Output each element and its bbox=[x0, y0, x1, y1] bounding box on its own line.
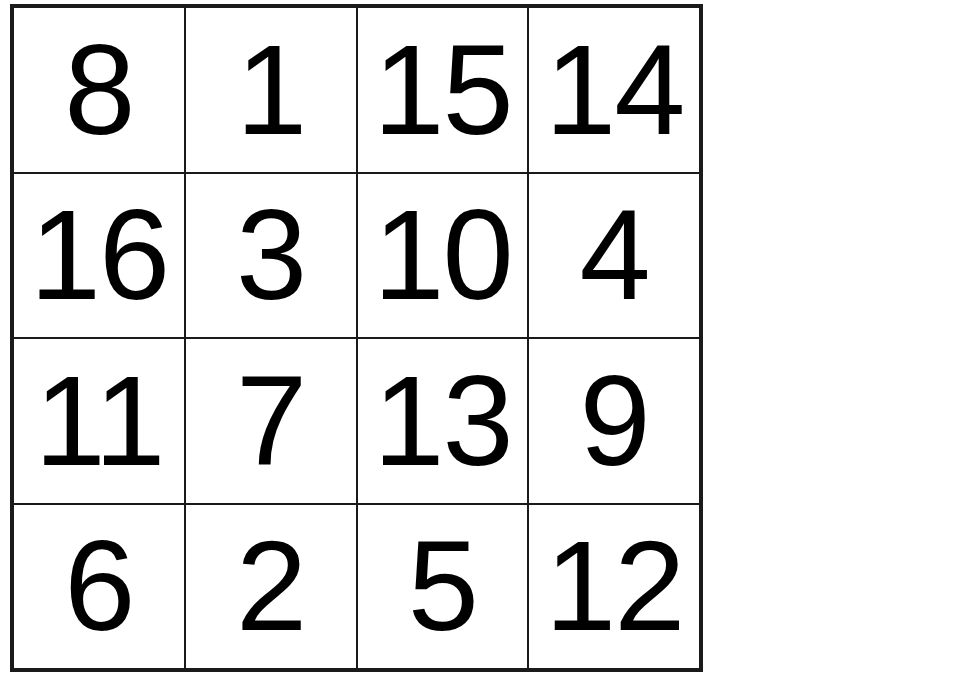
grid-cell-r4c3[interactable]: 5 bbox=[357, 504, 529, 670]
grid-cell-r1c3[interactable]: 15 bbox=[357, 7, 529, 173]
grid-cell-r2c1[interactable]: 16 bbox=[13, 173, 185, 339]
grid-cell-r2c2[interactable]: 3 bbox=[185, 173, 357, 339]
puzzle-board: 81151416310411713962512 bbox=[10, 4, 703, 672]
grid-cell-r1c4[interactable]: 14 bbox=[528, 7, 700, 173]
grid-cell-r4c1[interactable]: 6 bbox=[13, 504, 185, 670]
grid-cell-r1c2[interactable]: 1 bbox=[185, 7, 357, 173]
grid-cell-r4c2[interactable]: 2 bbox=[185, 504, 357, 670]
page: 81151416310411713962512 bbox=[0, 0, 960, 686]
grid-cell-r1c1[interactable]: 8 bbox=[13, 7, 185, 173]
grid-cell-r2c3[interactable]: 10 bbox=[357, 173, 529, 339]
grid-cell-r3c3[interactable]: 13 bbox=[357, 338, 529, 504]
grid-cell-r4c4[interactable]: 12 bbox=[528, 504, 700, 670]
grid-cell-r2c4[interactable]: 4 bbox=[528, 173, 700, 339]
grid-cell-r3c4[interactable]: 9 bbox=[528, 338, 700, 504]
grid-cell-r3c1[interactable]: 11 bbox=[13, 338, 185, 504]
grid-cell-r3c2[interactable]: 7 bbox=[185, 338, 357, 504]
